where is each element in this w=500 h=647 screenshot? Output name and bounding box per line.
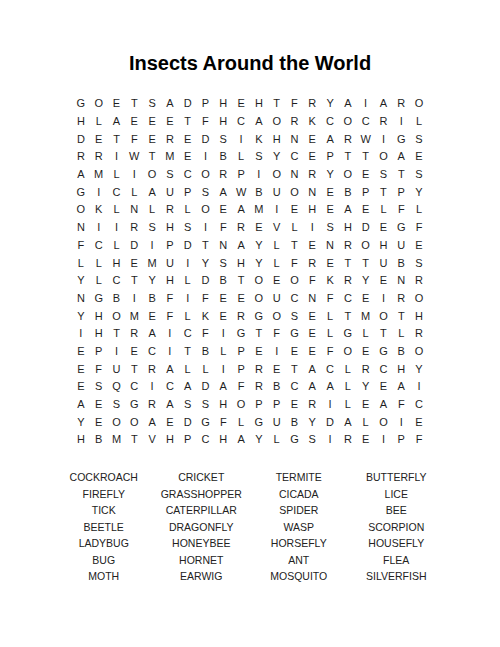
grid-cell: L bbox=[179, 272, 197, 290]
grid-cell: L bbox=[392, 325, 410, 343]
grid-cell: T bbox=[125, 360, 143, 378]
grid-cell: M bbox=[161, 148, 179, 166]
grid-cell: C bbox=[179, 325, 197, 343]
grid-cell: C bbox=[375, 360, 393, 378]
grid-cell: E bbox=[375, 219, 393, 237]
grid-cell: I bbox=[410, 378, 428, 396]
grid-cell: R bbox=[339, 272, 357, 290]
grid-cell: K bbox=[197, 307, 215, 325]
grid-cell: E bbox=[303, 130, 321, 148]
grid-cell: L bbox=[339, 360, 357, 378]
grid-cell: T bbox=[108, 325, 126, 343]
grid-cell: O bbox=[375, 413, 393, 431]
grid-cell: E bbox=[143, 113, 161, 131]
grid-cell: N bbox=[303, 290, 321, 308]
grid-cell: E bbox=[90, 396, 108, 414]
grid-cell: R bbox=[125, 325, 143, 343]
grid-cell: C bbox=[321, 360, 339, 378]
word-list-item: MOSQUITO bbox=[250, 568, 348, 585]
grid-cell: S bbox=[303, 431, 321, 449]
grid-cell: H bbox=[268, 130, 286, 148]
worksheet-page: Insects Around the World GOETSADPHEHTFRY… bbox=[0, 0, 500, 647]
grid-cell: Y bbox=[72, 307, 90, 325]
word-list-item: SILVERFISH bbox=[348, 568, 446, 585]
grid-cell: B bbox=[268, 378, 286, 396]
grid-cell: E bbox=[268, 272, 286, 290]
grid-cell: I bbox=[108, 219, 126, 237]
grid-cell: P bbox=[232, 343, 250, 361]
grid-cell: R bbox=[357, 360, 375, 378]
grid-cell: P bbox=[250, 396, 268, 414]
grid-cell: F bbox=[90, 360, 108, 378]
grid-cell: P bbox=[161, 237, 179, 255]
grid-cell: L bbox=[268, 431, 286, 449]
grid-cell: I bbox=[161, 343, 179, 361]
grid-cell: L bbox=[214, 343, 232, 361]
grid-cell: S bbox=[321, 219, 339, 237]
word-list-item: ANT bbox=[250, 552, 348, 569]
grid-cell: O bbox=[72, 201, 90, 219]
grid-cell: O bbox=[410, 290, 428, 308]
grid-cell: H bbox=[161, 272, 179, 290]
grid-cell: S bbox=[410, 130, 428, 148]
grid-cell: E bbox=[125, 254, 143, 272]
grid-cell: O bbox=[268, 113, 286, 131]
grid-cell: F bbox=[392, 396, 410, 414]
grid-cell: D bbox=[197, 130, 215, 148]
grid-cell: F bbox=[410, 219, 428, 237]
grid-cell: E bbox=[179, 130, 197, 148]
grid-cell: E bbox=[357, 290, 375, 308]
grid-cell: E bbox=[286, 201, 304, 219]
grid-cell: P bbox=[232, 166, 250, 184]
grid-cell: C bbox=[90, 237, 108, 255]
grid-cell: E bbox=[303, 325, 321, 343]
grid-cell: P bbox=[321, 148, 339, 166]
grid-cell: L bbox=[268, 254, 286, 272]
grid-cell: S bbox=[214, 130, 232, 148]
grid-cell: B bbox=[286, 413, 304, 431]
grid-cell: G bbox=[392, 219, 410, 237]
grid-cell: V bbox=[268, 219, 286, 237]
grid-cell: Y bbox=[72, 272, 90, 290]
grid-cell: Y bbox=[321, 166, 339, 184]
grid-cell: I bbox=[214, 325, 232, 343]
grid-cell: Y bbox=[303, 413, 321, 431]
grid-cell: R bbox=[72, 148, 90, 166]
grid-cell: O bbox=[357, 237, 375, 255]
grid-cell: T bbox=[268, 95, 286, 113]
grid-cell: T bbox=[339, 254, 357, 272]
grid-cell: E bbox=[357, 431, 375, 449]
grid-cell: E bbox=[375, 378, 393, 396]
word-list-item: DRAGONFLY bbox=[153, 519, 251, 536]
grid-cell: A bbox=[392, 148, 410, 166]
grid-cell: E bbox=[410, 148, 428, 166]
grid-cell: E bbox=[250, 343, 268, 361]
grid-cell: Y bbox=[357, 272, 375, 290]
grid-cell: E bbox=[268, 360, 286, 378]
grid-cell: I bbox=[108, 148, 126, 166]
grid-cell: U bbox=[392, 237, 410, 255]
grid-cell: O bbox=[125, 413, 143, 431]
grid-cell: E bbox=[321, 201, 339, 219]
grid-cell: B bbox=[197, 343, 215, 361]
grid-cell: A bbox=[161, 95, 179, 113]
grid-cell: O bbox=[197, 201, 215, 219]
puzzle-title: Insects Around the World bbox=[0, 52, 500, 75]
word-list-item: HORSEFLY bbox=[250, 535, 348, 552]
grid-cell: L bbox=[357, 413, 375, 431]
grid-cell: K bbox=[90, 201, 108, 219]
grid-cell: L bbox=[375, 201, 393, 219]
grid-cell: H bbox=[90, 307, 108, 325]
grid-cell: F bbox=[410, 431, 428, 449]
grid-cell: E bbox=[179, 148, 197, 166]
grid-cell: R bbox=[90, 148, 108, 166]
grid-cell: T bbox=[339, 148, 357, 166]
grid-cell: Y bbox=[250, 254, 268, 272]
word-list-item: CRICKET bbox=[153, 469, 251, 486]
grid-cell: F bbox=[321, 290, 339, 308]
grid-cell: T bbox=[375, 325, 393, 343]
grid-cell: H bbox=[392, 360, 410, 378]
grid-cell: T bbox=[392, 307, 410, 325]
grid-cell: E bbox=[357, 201, 375, 219]
grid-cell: S bbox=[179, 219, 197, 237]
grid-cell: O bbox=[143, 166, 161, 184]
grid-cell: I bbox=[268, 343, 286, 361]
grid-cell: U bbox=[375, 254, 393, 272]
grid-cell: M bbox=[357, 307, 375, 325]
word-list-item: LADYBUG bbox=[55, 535, 153, 552]
grid-cell: H bbox=[214, 95, 232, 113]
grid-cell: A bbox=[72, 396, 90, 414]
grid-cell: E bbox=[250, 219, 268, 237]
grid-cell: E bbox=[108, 95, 126, 113]
grid-cell: H bbox=[375, 237, 393, 255]
grid-cell: F bbox=[214, 413, 232, 431]
grid-cell: I bbox=[197, 148, 215, 166]
grid-cell: Y bbox=[250, 431, 268, 449]
grid-cell: C bbox=[410, 396, 428, 414]
grid-cell: V bbox=[143, 431, 161, 449]
grid-cell: P bbox=[392, 431, 410, 449]
grid-cell: L bbox=[108, 237, 126, 255]
grid-cell: T bbox=[357, 148, 375, 166]
grid-cell: E bbox=[303, 148, 321, 166]
grid-cell: N bbox=[321, 237, 339, 255]
grid-cell: M bbox=[125, 307, 143, 325]
grid-cell: U bbox=[108, 360, 126, 378]
grid-cell: A bbox=[250, 113, 268, 131]
grid-cell: R bbox=[125, 219, 143, 237]
word-list-item: BUTTERFLY bbox=[348, 469, 446, 486]
grid-cell: I bbox=[250, 166, 268, 184]
grid-cell: A bbox=[232, 201, 250, 219]
grid-cell: C bbox=[286, 378, 304, 396]
grid-cell: R bbox=[250, 378, 268, 396]
grid-cell: Y bbox=[250, 237, 268, 255]
grid-cell: F bbox=[214, 219, 232, 237]
grid-cell: I bbox=[125, 290, 143, 308]
grid-cell: L bbox=[179, 307, 197, 325]
word-list-item: TICK bbox=[55, 502, 153, 519]
grid-cell: O bbox=[375, 307, 393, 325]
grid-cell: E bbox=[232, 290, 250, 308]
grid-cell: F bbox=[321, 343, 339, 361]
grid-cell: W bbox=[357, 130, 375, 148]
grid-cell: Y bbox=[321, 95, 339, 113]
grid-cell: I bbox=[125, 166, 143, 184]
grid-cell: L bbox=[179, 201, 197, 219]
grid-cell: C bbox=[108, 183, 126, 201]
grid-cell: T bbox=[125, 272, 143, 290]
grid-cell: Q bbox=[108, 378, 126, 396]
grid-cell: Y bbox=[143, 272, 161, 290]
grid-cell: R bbox=[143, 396, 161, 414]
grid-cell: L bbox=[143, 201, 161, 219]
grid-cell: U bbox=[268, 413, 286, 431]
grid-cell: N bbox=[72, 219, 90, 237]
grid-cell: B bbox=[214, 148, 232, 166]
word-list-item: EARWIG bbox=[153, 568, 251, 585]
grid-cell: O bbox=[250, 290, 268, 308]
grid-cell: E bbox=[375, 272, 393, 290]
grid-cell: I bbox=[303, 219, 321, 237]
grid-cell: E bbox=[321, 183, 339, 201]
grid-cell: F bbox=[161, 307, 179, 325]
grid-cell: E bbox=[72, 378, 90, 396]
grid-cell: I bbox=[375, 290, 393, 308]
grid-cell: B bbox=[214, 272, 232, 290]
grid-cell: Y bbox=[197, 254, 215, 272]
grid-cell: A bbox=[303, 378, 321, 396]
grid-cell: E bbox=[72, 343, 90, 361]
grid-cell: N bbox=[286, 130, 304, 148]
grid-cell: E bbox=[410, 413, 428, 431]
grid-cell: I bbox=[214, 360, 232, 378]
grid-cell: O bbox=[250, 272, 268, 290]
grid-cell: O bbox=[339, 166, 357, 184]
grid-cell: T bbox=[125, 431, 143, 449]
grid-cell: S bbox=[197, 183, 215, 201]
grid-cell: A bbox=[143, 183, 161, 201]
grid-cell: I bbox=[392, 113, 410, 131]
grid-cell: Y bbox=[268, 148, 286, 166]
grid-cell: S bbox=[90, 378, 108, 396]
word-list-item: BEETLE bbox=[55, 519, 153, 536]
grid-cell: H bbox=[72, 431, 90, 449]
grid-cell: E bbox=[143, 130, 161, 148]
grid-cell: N bbox=[286, 166, 304, 184]
grid-cell: E bbox=[286, 396, 304, 414]
grid-cell: T bbox=[143, 148, 161, 166]
grid-cell: I bbox=[197, 219, 215, 237]
grid-cell: B bbox=[143, 290, 161, 308]
grid-cell: F bbox=[197, 290, 215, 308]
grid-cell: F bbox=[161, 290, 179, 308]
word-list-item: CICADA bbox=[250, 486, 348, 503]
word-list-item: CATERPILLAR bbox=[153, 502, 251, 519]
grid-cell: H bbox=[90, 325, 108, 343]
word-list-item: FIREFLY bbox=[55, 486, 153, 503]
grid-cell: L bbox=[339, 396, 357, 414]
grid-cell: O bbox=[232, 396, 250, 414]
grid-cell: E bbox=[357, 166, 375, 184]
grid-cell: H bbox=[303, 201, 321, 219]
grid-cell: U bbox=[161, 183, 179, 201]
grid-cell: B bbox=[250, 183, 268, 201]
grid-cell: M bbox=[108, 431, 126, 449]
grid-cell: A bbox=[108, 113, 126, 131]
grid-cell: O bbox=[108, 307, 126, 325]
grid-cell: C bbox=[232, 113, 250, 131]
grid-cell: D bbox=[179, 413, 197, 431]
grid-cell: R bbox=[392, 95, 410, 113]
grid-cell: I bbox=[90, 183, 108, 201]
grid-cell: A bbox=[143, 413, 161, 431]
grid-cell: S bbox=[250, 148, 268, 166]
grid-cell: C bbox=[286, 148, 304, 166]
word-list-item: BUG bbox=[55, 552, 153, 569]
grid-cell: A bbox=[339, 95, 357, 113]
grid-cell: N bbox=[214, 237, 232, 255]
grid-cell: T bbox=[125, 95, 143, 113]
grid-cell: A bbox=[339, 413, 357, 431]
grid-cell: L bbox=[108, 201, 126, 219]
grid-cell: C bbox=[143, 343, 161, 361]
grid-cell: D bbox=[357, 219, 375, 237]
grid-cell: T bbox=[197, 237, 215, 255]
grid-cell: R bbox=[339, 130, 357, 148]
grid-cell: S bbox=[410, 166, 428, 184]
grid-cell: A bbox=[179, 378, 197, 396]
grid-cell: R bbox=[375, 113, 393, 131]
grid-cell: A bbox=[232, 431, 250, 449]
grid-cell: L bbox=[321, 325, 339, 343]
grid-cell: F bbox=[303, 272, 321, 290]
grid-cell: S bbox=[286, 307, 304, 325]
grid-cell: R bbox=[339, 237, 357, 255]
grid-cell: I bbox=[375, 431, 393, 449]
grid-cell: R bbox=[232, 307, 250, 325]
grid-cell: M bbox=[143, 254, 161, 272]
grid-cell: L bbox=[108, 166, 126, 184]
grid-cell: F bbox=[232, 378, 250, 396]
grid-cell: R bbox=[303, 166, 321, 184]
grid-cell: C bbox=[286, 290, 304, 308]
word-list-column: COCKROACHFIREFLYTICKBEETLELADYBUGBUGMOTH bbox=[55, 469, 153, 585]
grid-cell: Y bbox=[410, 360, 428, 378]
grid-cell: A bbox=[161, 396, 179, 414]
grid-cell: T bbox=[250, 325, 268, 343]
grid-cell: P bbox=[179, 183, 197, 201]
grid-cell: W bbox=[125, 148, 143, 166]
grid-cell: C bbox=[339, 290, 357, 308]
grid-cell: D bbox=[72, 130, 90, 148]
grid-cell: R bbox=[161, 201, 179, 219]
grid-cell: T bbox=[375, 183, 393, 201]
grid-cell: Y bbox=[410, 183, 428, 201]
grid-cell: L bbox=[410, 113, 428, 131]
grid-cell: L bbox=[72, 254, 90, 272]
grid-cell: G bbox=[250, 413, 268, 431]
grid-cell: I bbox=[392, 413, 410, 431]
grid-cell: H bbox=[161, 431, 179, 449]
grid-cell: L bbox=[90, 254, 108, 272]
grid-cell: H bbox=[250, 95, 268, 113]
grid-cell: G bbox=[72, 183, 90, 201]
word-list-item: HONEYBEE bbox=[153, 535, 251, 552]
grid-cell: A bbox=[303, 360, 321, 378]
grid-cell: S bbox=[143, 95, 161, 113]
grid-cell: F bbox=[125, 130, 143, 148]
grid-cell: S bbox=[108, 396, 126, 414]
grid-cell: G bbox=[90, 290, 108, 308]
grid-cell: L bbox=[197, 360, 215, 378]
grid-cell: R bbox=[250, 360, 268, 378]
grid-cell: H bbox=[108, 254, 126, 272]
grid-cell: E bbox=[357, 396, 375, 414]
grid-cell: B bbox=[108, 290, 126, 308]
grid-cell: L bbox=[90, 272, 108, 290]
grid-cell: I bbox=[321, 431, 339, 449]
grid-cell: E bbox=[161, 113, 179, 131]
word-list: COCKROACHFIREFLYTICKBEETLELADYBUGBUGMOTH… bbox=[55, 469, 445, 585]
grid-cell: N bbox=[303, 183, 321, 201]
grid-cell: T bbox=[286, 360, 304, 378]
grid-cell: R bbox=[286, 113, 304, 131]
grid-cell: I bbox=[232, 130, 250, 148]
grid-cell: G bbox=[197, 413, 215, 431]
grid-cell: G bbox=[392, 130, 410, 148]
grid-cell: O bbox=[375, 148, 393, 166]
grid-cell: B bbox=[392, 254, 410, 272]
grid-cell: S bbox=[197, 396, 215, 414]
grid-cell: F bbox=[286, 254, 304, 272]
grid-cell: E bbox=[90, 413, 108, 431]
grid-cell: E bbox=[161, 413, 179, 431]
grid-cell: F bbox=[197, 325, 215, 343]
grid-cell: G bbox=[125, 396, 143, 414]
grid-cell: T bbox=[179, 113, 197, 131]
grid-cell: D bbox=[125, 237, 143, 255]
grid-cell: K bbox=[250, 130, 268, 148]
grid-cell: L bbox=[179, 360, 197, 378]
grid-cell: P bbox=[179, 431, 197, 449]
grid-cell: E bbox=[72, 360, 90, 378]
grid-cell: E bbox=[232, 95, 250, 113]
grid-cell: U bbox=[161, 254, 179, 272]
grid-cell: G bbox=[250, 307, 268, 325]
word-list-item: SPIDER bbox=[250, 502, 348, 519]
grid-cell: M bbox=[90, 166, 108, 184]
word-list-item: FLEA bbox=[348, 552, 446, 569]
grid-cell: F bbox=[268, 325, 286, 343]
grid-cell: I bbox=[108, 343, 126, 361]
grid-cell: E bbox=[125, 113, 143, 131]
grid-cell: H bbox=[72, 113, 90, 131]
grid-cell: A bbox=[232, 237, 250, 255]
grid-cell: T bbox=[232, 272, 250, 290]
grid-cell: G bbox=[339, 325, 357, 343]
grid-cell: L bbox=[125, 183, 143, 201]
grid-cell: R bbox=[303, 396, 321, 414]
grid-cell: E bbox=[303, 343, 321, 361]
grid-cell: K bbox=[321, 272, 339, 290]
grid-cell: O bbox=[410, 343, 428, 361]
